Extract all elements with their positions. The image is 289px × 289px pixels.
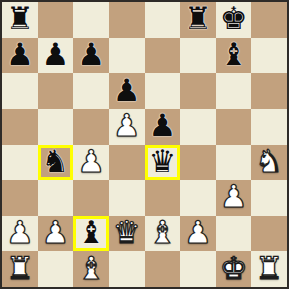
square-c1[interactable]: ♝ <box>73 251 109 287</box>
square-e7[interactable] <box>145 38 181 74</box>
square-h7[interactable] <box>251 38 287 74</box>
square-g1[interactable]: ♚ <box>216 251 252 287</box>
square-c5[interactable] <box>73 109 109 145</box>
piece-black-pawn[interactable]: ♟ <box>6 39 34 70</box>
square-e6[interactable] <box>145 73 181 109</box>
square-b5[interactable] <box>38 109 74 145</box>
square-a8[interactable]: ♜ <box>2 2 38 38</box>
square-b6[interactable] <box>38 73 74 109</box>
piece-black-queen[interactable]: ♛ <box>148 146 176 177</box>
square-e8[interactable] <box>145 2 181 38</box>
square-h8[interactable] <box>251 2 287 38</box>
square-a5[interactable] <box>2 109 38 145</box>
square-f6[interactable] <box>180 73 216 109</box>
square-c7[interactable]: ♟ <box>73 38 109 74</box>
square-b3[interactable] <box>38 180 74 216</box>
square-g2[interactable] <box>216 216 252 252</box>
square-d2[interactable]: ♛ <box>109 216 145 252</box>
piece-white-knight[interactable]: ♞ <box>255 146 283 177</box>
square-d6[interactable]: ♟ <box>109 73 145 109</box>
piece-white-pawn[interactable]: ♟ <box>6 217 34 248</box>
piece-white-king[interactable]: ♚ <box>220 253 248 284</box>
square-b8[interactable] <box>38 2 74 38</box>
square-f7[interactable] <box>180 38 216 74</box>
piece-white-pawn[interactable]: ♟ <box>113 110 141 141</box>
piece-black-king[interactable]: ♚ <box>220 3 248 34</box>
square-e1[interactable] <box>145 251 181 287</box>
piece-black-bishop[interactable]: ♝ <box>77 217 105 248</box>
square-c6[interactable] <box>73 73 109 109</box>
square-d1[interactable] <box>109 251 145 287</box>
piece-white-pawn[interactable]: ♟ <box>42 217 70 248</box>
square-d8[interactable] <box>109 2 145 38</box>
piece-black-pawn[interactable]: ♟ <box>42 39 70 70</box>
square-b1[interactable] <box>38 251 74 287</box>
square-g6[interactable] <box>216 73 252 109</box>
square-h5[interactable] <box>251 109 287 145</box>
square-h3[interactable] <box>251 180 287 216</box>
square-e3[interactable] <box>145 180 181 216</box>
square-g5[interactable] <box>216 109 252 145</box>
square-d7[interactable] <box>109 38 145 74</box>
square-b4[interactable]: ♞ <box>38 145 74 181</box>
piece-white-pawn[interactable]: ♟ <box>77 146 105 177</box>
square-d5[interactable]: ♟ <box>109 109 145 145</box>
square-f2[interactable]: ♟ <box>180 216 216 252</box>
piece-black-rook[interactable]: ♜ <box>184 3 212 34</box>
piece-black-pawn[interactable]: ♟ <box>77 39 105 70</box>
piece-white-queen[interactable]: ♛ <box>113 217 141 248</box>
piece-white-pawn[interactable]: ♟ <box>220 181 248 212</box>
piece-white-rook[interactable]: ♜ <box>255 253 283 284</box>
square-f4[interactable] <box>180 145 216 181</box>
square-h2[interactable] <box>251 216 287 252</box>
piece-white-rook[interactable]: ♜ <box>6 253 34 284</box>
square-c4[interactable]: ♟ <box>73 145 109 181</box>
square-c2[interactable]: ♝ <box>73 216 109 252</box>
square-a4[interactable] <box>2 145 38 181</box>
piece-black-pawn[interactable]: ♟ <box>148 110 176 141</box>
piece-white-bishop[interactable]: ♝ <box>148 217 176 248</box>
square-d3[interactable] <box>109 180 145 216</box>
square-f8[interactable]: ♜ <box>180 2 216 38</box>
square-h6[interactable] <box>251 73 287 109</box>
square-g4[interactable] <box>216 145 252 181</box>
square-e2[interactable]: ♝ <box>145 216 181 252</box>
square-f5[interactable] <box>180 109 216 145</box>
square-c3[interactable] <box>73 180 109 216</box>
chess-board-frame: ♜♜♚♟♟♟♝♟♟♟♞♟♛♞♟♟♟♝♛♝♟♜♝♚♜ <box>0 0 289 289</box>
square-e5[interactable]: ♟ <box>145 109 181 145</box>
square-f1[interactable] <box>180 251 216 287</box>
square-a3[interactable] <box>2 180 38 216</box>
piece-white-bishop[interactable]: ♝ <box>77 253 105 284</box>
square-c8[interactable] <box>73 2 109 38</box>
square-d4[interactable] <box>109 145 145 181</box>
piece-black-rook[interactable]: ♜ <box>6 3 34 34</box>
square-a7[interactable]: ♟ <box>2 38 38 74</box>
piece-black-pawn[interactable]: ♟ <box>113 75 141 106</box>
piece-black-bishop[interactable]: ♝ <box>220 39 248 70</box>
piece-white-pawn[interactable]: ♟ <box>184 217 212 248</box>
square-h4[interactable]: ♞ <box>251 145 287 181</box>
square-g7[interactable]: ♝ <box>216 38 252 74</box>
square-f3[interactable] <box>180 180 216 216</box>
square-a6[interactable] <box>2 73 38 109</box>
square-a1[interactable]: ♜ <box>2 251 38 287</box>
chess-board: ♜♜♚♟♟♟♝♟♟♟♞♟♛♞♟♟♟♝♛♝♟♜♝♚♜ <box>2 2 287 287</box>
square-b7[interactable]: ♟ <box>38 38 74 74</box>
square-g3[interactable]: ♟ <box>216 180 252 216</box>
square-b2[interactable]: ♟ <box>38 216 74 252</box>
square-h1[interactable]: ♜ <box>251 251 287 287</box>
square-g8[interactable]: ♚ <box>216 2 252 38</box>
square-a2[interactable]: ♟ <box>2 216 38 252</box>
square-e4[interactable]: ♛ <box>145 145 181 181</box>
piece-black-knight[interactable]: ♞ <box>42 146 70 177</box>
